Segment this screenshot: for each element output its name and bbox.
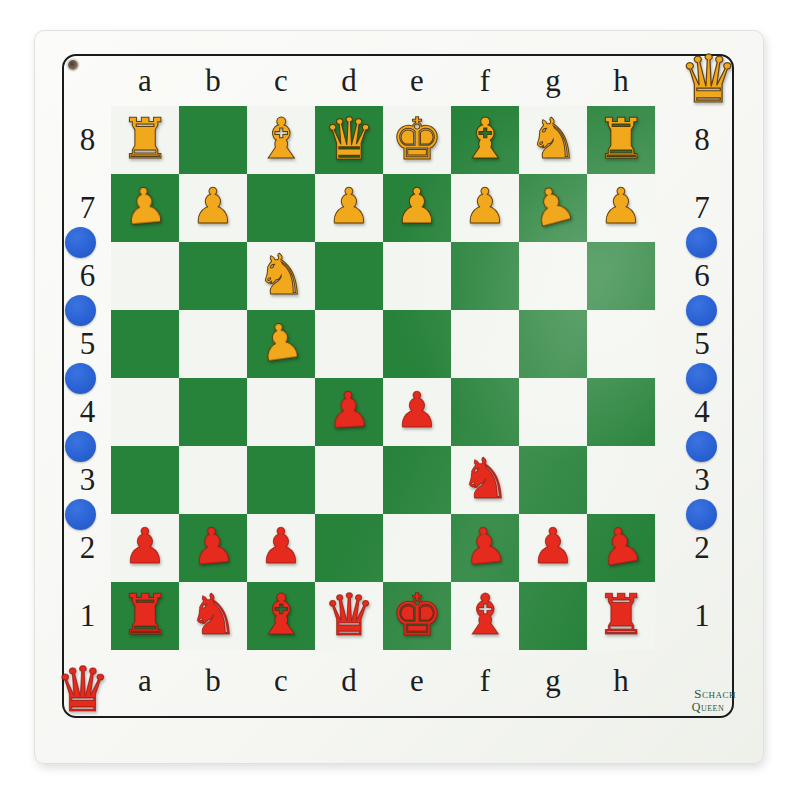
file-label-top-g: g — [519, 58, 587, 104]
file-label-bottom-b: b — [179, 650, 247, 712]
red-pawn-d4[interactable]: ♟ — [313, 376, 384, 447]
magnet-dot-right-3-2 — [686, 499, 717, 530]
magnet-dot-right-4-3 — [686, 431, 717, 462]
square-g3[interactable] — [519, 446, 587, 514]
square-f5[interactable] — [451, 310, 519, 378]
square-c4[interactable] — [247, 378, 315, 446]
square-c3[interactable] — [247, 446, 315, 514]
file-label-top-h: h — [587, 58, 655, 104]
square-h6[interactable] — [587, 242, 655, 310]
yellow-pawn-b7[interactable]: ♟ — [179, 174, 247, 242]
yellow-pawn-c5[interactable]: ♟ — [243, 306, 320, 383]
square-d3[interactable] — [315, 446, 383, 514]
red-pawn-b2[interactable]: ♟ — [176, 511, 250, 585]
file-label-bottom-a: a — [111, 650, 179, 712]
yellow-pawn-d7[interactable]: ♟ — [315, 174, 383, 242]
square-h4[interactable] — [587, 378, 655, 446]
brand-logo-line1: Schach — [677, 687, 753, 701]
magnet-dot-left-4-3 — [65, 431, 96, 462]
screenshot-page: abcdefgh abcdefgh 87654321 87654321 ♜♝♛♚… — [0, 0, 800, 800]
red-pawn-f2[interactable]: ♟ — [448, 511, 523, 586]
demo-board-panel: abcdefgh abcdefgh 87654321 87654321 ♜♝♛♚… — [34, 30, 764, 764]
square-a5[interactable] — [111, 310, 179, 378]
brand-logo-line2: Queen — [677, 701, 739, 714]
magnet-dot-right-7-6 — [686, 227, 717, 258]
square-c7[interactable] — [247, 174, 315, 242]
red-knight-b1[interactable]: ♞ — [179, 582, 247, 650]
red-knight-f3[interactable]: ♞ — [451, 446, 519, 514]
magnet-dot-left-5-4 — [65, 363, 96, 394]
square-h5[interactable] — [587, 310, 655, 378]
file-label-top-b: b — [179, 58, 247, 104]
square-g5[interactable] — [519, 310, 587, 378]
red-queen-corner-icon: ♛ — [55, 659, 111, 721]
square-f4[interactable] — [451, 378, 519, 446]
file-label-bottom-f: f — [451, 650, 519, 712]
rank-label-left-1: 1 — [64, 582, 111, 650]
square-g6[interactable] — [519, 242, 587, 310]
file-label-top-c: c — [247, 58, 315, 104]
brand-logo: Schach Queen — [677, 687, 753, 714]
chess-board[interactable]: ♜♝♛♚♝♞♜♟♟♟♟♟♟♟♞♟♟♟♞♟♟♟♟♟♟♜♞♝♛♚♝♜ — [111, 106, 655, 650]
square-g4[interactable] — [519, 378, 587, 446]
square-d2[interactable] — [315, 514, 383, 582]
yellow-knight-c6[interactable]: ♞ — [247, 242, 315, 310]
square-e2[interactable] — [383, 514, 451, 582]
red-pawn-a2[interactable]: ♟ — [111, 514, 179, 582]
red-rook-a1[interactable]: ♜ — [111, 582, 179, 650]
square-e6[interactable] — [383, 242, 451, 310]
square-a6[interactable] — [111, 242, 179, 310]
red-bishop-f1[interactable]: ♝ — [451, 582, 519, 650]
square-b6[interactable] — [179, 242, 247, 310]
yellow-knight-g8[interactable]: ♞ — [519, 106, 587, 174]
red-queen-d1[interactable]: ♛ — [315, 582, 383, 650]
yellow-bishop-c8[interactable]: ♝ — [247, 106, 315, 174]
yellow-pawn-e7[interactable]: ♟ — [383, 174, 451, 242]
rank-label-right-1: 1 — [673, 582, 731, 650]
square-e5[interactable] — [383, 310, 451, 378]
yellow-queen-d8[interactable]: ♛ — [315, 106, 383, 174]
square-e3[interactable] — [383, 446, 451, 514]
square-a3[interactable] — [111, 446, 179, 514]
square-d5[interactable] — [315, 310, 383, 378]
red-pawn-h2[interactable]: ♟ — [582, 509, 661, 588]
yellow-king-e8[interactable]: ♚ — [383, 106, 451, 174]
square-f6[interactable] — [451, 242, 519, 310]
red-king-e1[interactable]: ♚ — [383, 582, 451, 650]
file-labels-bottom: abcdefgh — [111, 650, 655, 712]
file-label-bottom-e: e — [383, 650, 451, 712]
file-label-top-f: f — [451, 58, 519, 104]
file-label-top-d: d — [315, 58, 383, 104]
magnet-dot-left-6-5 — [65, 295, 96, 326]
square-a4[interactable] — [111, 378, 179, 446]
magnet-dot-right-6-5 — [686, 295, 717, 326]
square-b8[interactable] — [179, 106, 247, 174]
square-b5[interactable] — [179, 310, 247, 378]
red-pawn-e4[interactable]: ♟ — [383, 378, 451, 446]
red-pawn-c2[interactable]: ♟ — [247, 514, 315, 582]
red-bishop-c1[interactable]: ♝ — [247, 582, 315, 650]
red-rook-h1[interactable]: ♜ — [587, 582, 655, 650]
square-h3[interactable] — [587, 446, 655, 514]
file-label-bottom-h: h — [587, 650, 655, 712]
square-d6[interactable] — [315, 242, 383, 310]
red-pawn-g2[interactable]: ♟ — [519, 514, 587, 582]
square-g1[interactable] — [519, 582, 587, 650]
file-labels-top: abcdefgh — [111, 58, 655, 104]
file-label-top-e: e — [383, 58, 451, 104]
magnet-dot-left-7-6 — [65, 227, 96, 258]
magnet-dot-right-5-4 — [686, 363, 717, 394]
yellow-bishop-f8[interactable]: ♝ — [451, 106, 519, 174]
yellow-queen-corner-icon: ♛ — [679, 47, 738, 113]
square-b3[interactable] — [179, 446, 247, 514]
magnet-dot-left-3-2 — [65, 499, 96, 530]
file-label-top-a: a — [111, 58, 179, 104]
file-label-bottom-d: d — [315, 650, 383, 712]
square-b4[interactable] — [179, 378, 247, 446]
board-frame: abcdefgh abcdefgh 87654321 87654321 ♜♝♛♚… — [62, 54, 734, 718]
yellow-pawn-h7[interactable]: ♟ — [587, 174, 655, 242]
file-label-bottom-g: g — [519, 650, 587, 712]
yellow-rook-a8[interactable]: ♜ — [111, 106, 179, 174]
file-label-bottom-c: c — [247, 650, 315, 712]
yellow-pawn-f7[interactable]: ♟ — [451, 174, 519, 242]
yellow-pawn-a7[interactable]: ♟ — [108, 171, 182, 245]
rank-label-left-8: 8 — [64, 106, 111, 174]
yellow-rook-h8[interactable]: ♜ — [587, 106, 655, 174]
